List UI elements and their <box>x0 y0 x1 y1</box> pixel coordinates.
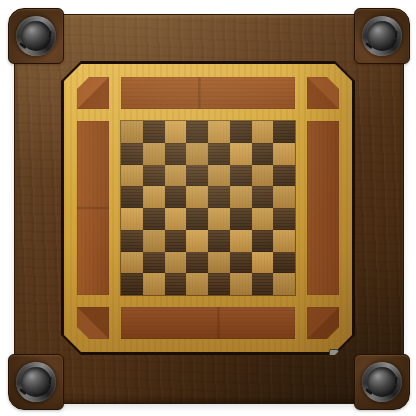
square-g8[interactable] <box>252 121 274 143</box>
square-e3[interactable] <box>208 230 230 252</box>
square-f5[interactable] <box>230 186 252 208</box>
square-f1[interactable] <box>230 273 252 295</box>
square-e4[interactable] <box>208 208 230 230</box>
square-b3[interactable] <box>143 230 165 252</box>
board-panel-recess <box>61 61 355 355</box>
inlay-corner-bottom-left <box>77 307 109 339</box>
corner-block-top-left <box>8 8 64 64</box>
board-panel <box>64 64 352 352</box>
square-d2[interactable] <box>186 252 208 274</box>
square-b7[interactable] <box>143 143 165 165</box>
square-b2[interactable] <box>143 252 165 274</box>
square-a8[interactable] <box>121 121 143 143</box>
square-c4[interactable] <box>165 208 187 230</box>
cup-notch <box>48 376 52 384</box>
square-a1[interactable] <box>121 273 143 295</box>
square-h4[interactable] <box>273 208 295 230</box>
square-d6[interactable] <box>186 165 208 187</box>
square-e2[interactable] <box>208 252 230 274</box>
square-f7[interactable] <box>230 143 252 165</box>
square-f8[interactable] <box>230 121 252 143</box>
square-c2[interactable] <box>165 252 187 274</box>
square-h5[interactable] <box>273 186 295 208</box>
square-h7[interactable] <box>273 143 295 165</box>
square-h8[interactable] <box>273 121 295 143</box>
cup-notch <box>394 376 398 384</box>
square-h6[interactable] <box>273 165 295 187</box>
inlay-corner-top-left <box>77 77 109 109</box>
inlay-band-bottom <box>121 307 295 339</box>
square-c5[interactable] <box>165 186 187 208</box>
square-d1[interactable] <box>186 273 208 295</box>
square-g2[interactable] <box>252 252 274 274</box>
square-a5[interactable] <box>121 186 143 208</box>
square-e7[interactable] <box>208 143 230 165</box>
square-f4[interactable] <box>230 208 252 230</box>
corner-block-top-right <box>354 8 410 64</box>
cup-notch <box>394 30 398 38</box>
cup-holder-top-right <box>362 16 402 56</box>
square-c8[interactable] <box>165 121 187 143</box>
square-e5[interactable] <box>208 186 230 208</box>
square-b8[interactable] <box>143 121 165 143</box>
inlay-band-right <box>307 121 339 295</box>
cup-notch <box>48 30 52 38</box>
cup-holder-top-left <box>16 16 56 56</box>
square-e1[interactable] <box>208 273 230 295</box>
chessboard <box>121 121 295 295</box>
square-f3[interactable] <box>230 230 252 252</box>
square-d4[interactable] <box>186 208 208 230</box>
square-e6[interactable] <box>208 165 230 187</box>
square-d5[interactable] <box>186 186 208 208</box>
corner-block-bottom-left <box>8 354 64 410</box>
inlay-band-top <box>121 77 295 109</box>
square-d3[interactable] <box>186 230 208 252</box>
square-b1[interactable] <box>143 273 165 295</box>
square-g4[interactable] <box>252 208 274 230</box>
square-a4[interactable] <box>121 208 143 230</box>
cup-holder-bottom-right <box>362 362 402 402</box>
square-d8[interactable] <box>186 121 208 143</box>
square-b5[interactable] <box>143 186 165 208</box>
square-d7[interactable] <box>186 143 208 165</box>
product-photo <box>0 0 416 416</box>
square-h1[interactable] <box>273 273 295 295</box>
square-g5[interactable] <box>252 186 274 208</box>
square-a7[interactable] <box>121 143 143 165</box>
inlay-band-left <box>77 121 109 295</box>
square-c3[interactable] <box>165 230 187 252</box>
square-h3[interactable] <box>273 230 295 252</box>
square-c7[interactable] <box>165 143 187 165</box>
square-f6[interactable] <box>230 165 252 187</box>
square-c6[interactable] <box>165 165 187 187</box>
square-g1[interactable] <box>252 273 274 295</box>
square-h2[interactable] <box>273 252 295 274</box>
square-f2[interactable] <box>230 252 252 274</box>
inlay-corner-top-right <box>307 77 339 109</box>
square-g7[interactable] <box>252 143 274 165</box>
square-a2[interactable] <box>121 252 143 274</box>
square-g3[interactable] <box>252 230 274 252</box>
square-g6[interactable] <box>252 165 274 187</box>
corner-block-bottom-right <box>354 354 410 410</box>
square-c1[interactable] <box>165 273 187 295</box>
inlay-corner-bottom-right <box>307 307 339 339</box>
square-b6[interactable] <box>143 165 165 187</box>
square-b4[interactable] <box>143 208 165 230</box>
square-e8[interactable] <box>208 121 230 143</box>
square-a6[interactable] <box>121 165 143 187</box>
cup-holder-bottom-left <box>16 362 56 402</box>
square-a3[interactable] <box>121 230 143 252</box>
